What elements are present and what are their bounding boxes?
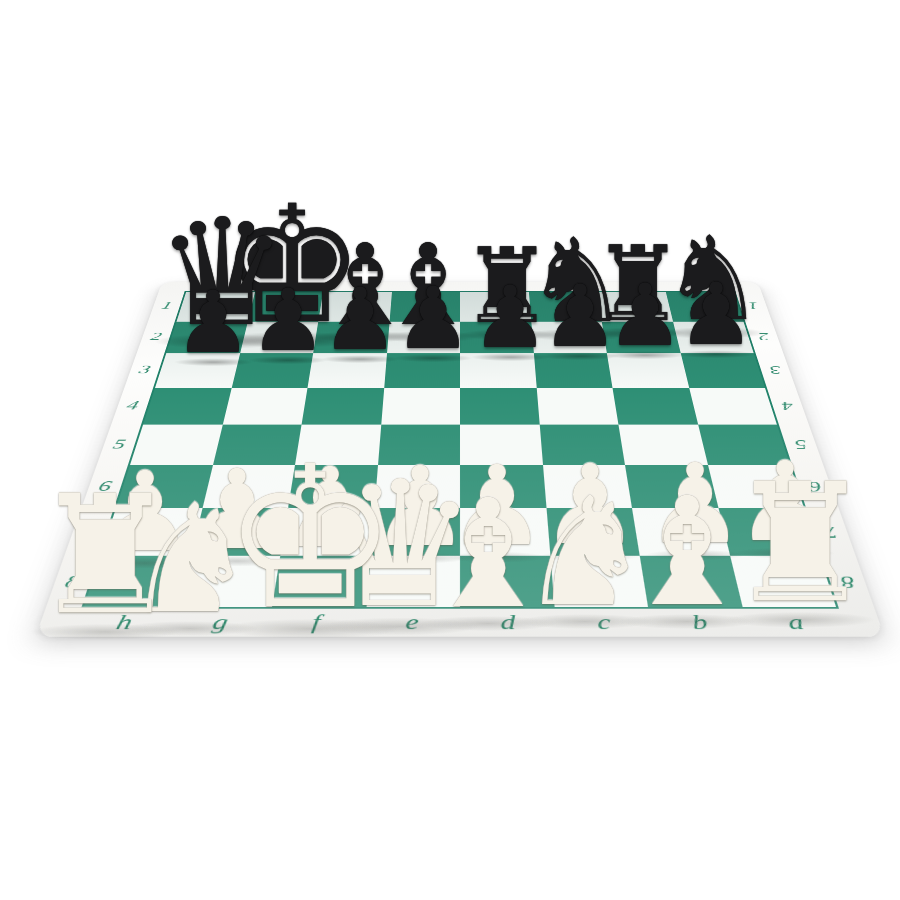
square-c6 bbox=[542, 465, 632, 508]
square-b8 bbox=[640, 555, 742, 607]
square-d3 bbox=[460, 353, 536, 387]
square-e6 bbox=[374, 465, 460, 508]
square-b1 bbox=[597, 292, 673, 322]
square-b6 bbox=[625, 465, 718, 508]
file-label-f: f bbox=[266, 610, 365, 635]
square-h5 bbox=[130, 425, 222, 465]
square-b4 bbox=[612, 388, 697, 425]
file-label-b: b bbox=[596, 282, 666, 290]
file-label-f: f bbox=[323, 282, 392, 290]
square-c4 bbox=[536, 388, 618, 425]
square-e2 bbox=[387, 321, 460, 353]
square-b2 bbox=[602, 321, 681, 353]
square-f5 bbox=[295, 425, 381, 465]
file-labels-top: hgfedcba bbox=[185, 282, 735, 290]
file-label-a: a bbox=[664, 282, 735, 290]
file-label-g: g bbox=[169, 610, 270, 635]
square-f4 bbox=[302, 388, 384, 425]
square-f3 bbox=[308, 353, 387, 387]
square-e7 bbox=[370, 508, 460, 555]
square-b5 bbox=[618, 425, 707, 465]
square-d1 bbox=[460, 292, 531, 322]
square-a8 bbox=[729, 555, 836, 607]
square-c7 bbox=[546, 508, 640, 555]
file-label-d: d bbox=[460, 282, 529, 290]
square-f7 bbox=[280, 508, 374, 555]
chess-mat: 12345678 12345678 hgfedcba hgfedcba bbox=[35, 282, 884, 637]
square-c2 bbox=[531, 321, 607, 353]
square-e4 bbox=[381, 388, 460, 425]
square-f8 bbox=[272, 555, 370, 607]
file-label-e: e bbox=[363, 610, 460, 635]
square-d4 bbox=[460, 388, 539, 425]
product-photo-scene: 12345678 12345678 hgfedcba hgfedcba ♜♞♜♞… bbox=[0, 0, 900, 900]
square-a4 bbox=[689, 388, 777, 425]
square-b7 bbox=[632, 508, 730, 555]
file-labels-bottom: hgfedcba bbox=[72, 610, 847, 635]
square-f1 bbox=[318, 292, 391, 322]
square-g6 bbox=[202, 465, 295, 508]
square-f2 bbox=[313, 321, 389, 353]
file-label-g: g bbox=[254, 282, 324, 290]
square-h2 bbox=[166, 321, 247, 353]
square-g4 bbox=[222, 388, 307, 425]
square-e3 bbox=[384, 353, 460, 387]
file-label-b: b bbox=[650, 610, 751, 635]
file-label-a: a bbox=[745, 610, 848, 635]
file-label-h: h bbox=[72, 610, 175, 635]
square-d6 bbox=[460, 465, 546, 508]
file-label-e: e bbox=[391, 282, 460, 290]
square-g7 bbox=[191, 508, 289, 555]
board-grid bbox=[81, 291, 839, 609]
file-label-c: c bbox=[555, 610, 654, 635]
square-f6 bbox=[288, 465, 378, 508]
square-g8 bbox=[178, 555, 280, 607]
square-g5 bbox=[213, 425, 302, 465]
square-b3 bbox=[607, 353, 689, 387]
square-c8 bbox=[550, 555, 648, 607]
square-h7 bbox=[101, 508, 202, 555]
square-h4 bbox=[143, 388, 231, 425]
square-h8 bbox=[84, 555, 191, 607]
square-h6 bbox=[116, 465, 213, 508]
square-a2 bbox=[673, 321, 754, 353]
square-c1 bbox=[528, 292, 601, 322]
square-d7 bbox=[460, 508, 550, 555]
square-g3 bbox=[231, 353, 313, 387]
square-e1 bbox=[389, 292, 460, 322]
square-a3 bbox=[680, 353, 765, 387]
square-e5 bbox=[378, 425, 460, 465]
file-label-h: h bbox=[185, 282, 256, 290]
square-e8 bbox=[366, 555, 460, 607]
square-c3 bbox=[533, 353, 612, 387]
square-c5 bbox=[539, 425, 625, 465]
square-a7 bbox=[718, 508, 819, 555]
square-d2 bbox=[460, 321, 533, 353]
square-d5 bbox=[460, 425, 542, 465]
square-h3 bbox=[155, 353, 240, 387]
square-g2 bbox=[240, 321, 319, 353]
square-a5 bbox=[698, 425, 790, 465]
square-d8 bbox=[460, 555, 554, 607]
file-label-c: c bbox=[528, 282, 597, 290]
square-h1 bbox=[177, 292, 255, 322]
file-label-d: d bbox=[460, 610, 557, 635]
square-a1 bbox=[665, 292, 743, 322]
square-g1 bbox=[247, 292, 323, 322]
square-a6 bbox=[707, 465, 804, 508]
